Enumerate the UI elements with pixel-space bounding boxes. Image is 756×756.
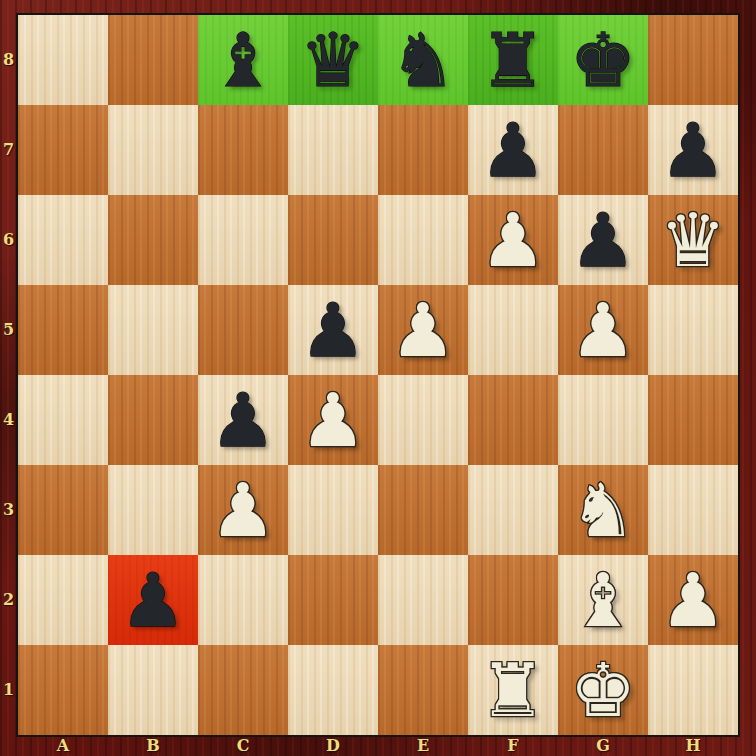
square-h1[interactable] <box>648 645 738 735</box>
square-b2[interactable]: ♟ <box>108 555 198 645</box>
piece-black-pawn[interactable]: ♟ <box>558 195 648 285</box>
square-h2[interactable]: ♟ <box>648 555 738 645</box>
piece-white-pawn[interactable]: ♟ <box>198 465 288 555</box>
rank-label-7: 7 <box>0 105 17 195</box>
square-h4[interactable] <box>648 375 738 465</box>
piece-white-pawn[interactable]: ♟ <box>648 555 738 645</box>
square-b4[interactable] <box>108 375 198 465</box>
rank-label-5: 5 <box>0 285 17 375</box>
square-a1[interactable] <box>18 645 108 735</box>
square-b8[interactable] <box>108 15 198 105</box>
piece-black-pawn[interactable]: ♟ <box>648 105 738 195</box>
square-f3[interactable] <box>468 465 558 555</box>
piece-white-queen[interactable]: ♛ <box>648 195 738 285</box>
piece-black-bishop[interactable]: ♝ <box>198 15 288 105</box>
square-d6[interactable] <box>288 195 378 285</box>
square-c8[interactable]: ♝ <box>198 15 288 105</box>
square-b5[interactable] <box>108 285 198 375</box>
square-h7[interactable]: ♟ <box>648 105 738 195</box>
piece-white-king[interactable]: ♚ <box>558 645 648 735</box>
square-c5[interactable] <box>198 285 288 375</box>
piece-white-pawn[interactable]: ♟ <box>378 285 468 375</box>
square-g7[interactable] <box>558 105 648 195</box>
square-f4[interactable] <box>468 375 558 465</box>
square-b6[interactable] <box>108 195 198 285</box>
file-label-g: G <box>558 736 648 756</box>
square-f2[interactable] <box>468 555 558 645</box>
piece-black-king[interactable]: ♚ <box>558 15 648 105</box>
square-d4[interactable]: ♟ <box>288 375 378 465</box>
file-label-h: H <box>648 736 738 756</box>
rank-label-8: 8 <box>0 15 17 105</box>
square-a4[interactable] <box>18 375 108 465</box>
piece-black-knight[interactable]: ♞ <box>378 15 468 105</box>
square-f6[interactable]: ♟ <box>468 195 558 285</box>
square-c1[interactable] <box>198 645 288 735</box>
square-g5[interactable]: ♟ <box>558 285 648 375</box>
square-e4[interactable] <box>378 375 468 465</box>
square-c4[interactable]: ♟ <box>198 375 288 465</box>
piece-white-bishop[interactable]: ♝ <box>558 555 648 645</box>
square-a6[interactable] <box>18 195 108 285</box>
square-f8[interactable]: ♜ <box>468 15 558 105</box>
file-label-a: A <box>18 736 108 756</box>
square-b7[interactable] <box>108 105 198 195</box>
piece-white-pawn[interactable]: ♟ <box>468 195 558 285</box>
piece-black-pawn[interactable]: ♟ <box>288 285 378 375</box>
square-e7[interactable] <box>378 105 468 195</box>
square-e8[interactable]: ♞ <box>378 15 468 105</box>
file-label-f: F <box>468 736 558 756</box>
rank-label-3: 3 <box>0 465 17 555</box>
square-c7[interactable] <box>198 105 288 195</box>
square-c3[interactable]: ♟ <box>198 465 288 555</box>
square-c6[interactable] <box>198 195 288 285</box>
piece-black-queen[interactable]: ♛ <box>288 15 378 105</box>
square-f7[interactable]: ♟ <box>468 105 558 195</box>
square-e5[interactable]: ♟ <box>378 285 468 375</box>
square-d8[interactable]: ♛ <box>288 15 378 105</box>
square-c2[interactable] <box>198 555 288 645</box>
square-d5[interactable]: ♟ <box>288 285 378 375</box>
square-e1[interactable] <box>378 645 468 735</box>
square-f1[interactable]: ♜ <box>468 645 558 735</box>
square-g3[interactable]: ♞ <box>558 465 648 555</box>
square-g1[interactable]: ♚ <box>558 645 648 735</box>
square-a8[interactable] <box>18 15 108 105</box>
file-label-e: E <box>378 736 468 756</box>
chess-board: ♝♛♞♜♚♟♟♟♟♛♟♟♟♟♟♟♞♟♝♟♜♚ <box>18 15 738 735</box>
square-h3[interactable] <box>648 465 738 555</box>
piece-black-pawn[interactable]: ♟ <box>198 375 288 465</box>
square-e2[interactable] <box>378 555 468 645</box>
rank-label-6: 6 <box>0 195 17 285</box>
square-b1[interactable] <box>108 645 198 735</box>
square-h6[interactable]: ♛ <box>648 195 738 285</box>
piece-black-rook[interactable]: ♜ <box>468 15 558 105</box>
file-label-d: D <box>288 736 378 756</box>
square-f5[interactable] <box>468 285 558 375</box>
square-g8[interactable]: ♚ <box>558 15 648 105</box>
square-a2[interactable] <box>18 555 108 645</box>
square-a3[interactable] <box>18 465 108 555</box>
square-b3[interactable] <box>108 465 198 555</box>
square-a7[interactable] <box>18 105 108 195</box>
piece-white-pawn[interactable]: ♟ <box>558 285 648 375</box>
rank-label-2: 2 <box>0 555 17 645</box>
square-d3[interactable] <box>288 465 378 555</box>
square-d2[interactable] <box>288 555 378 645</box>
square-h8[interactable] <box>648 15 738 105</box>
piece-white-rook[interactable]: ♜ <box>468 645 558 735</box>
square-g6[interactable]: ♟ <box>558 195 648 285</box>
piece-white-pawn[interactable]: ♟ <box>288 375 378 465</box>
square-d1[interactable] <box>288 645 378 735</box>
square-a5[interactable] <box>18 285 108 375</box>
file-label-b: B <box>108 736 198 756</box>
piece-black-pawn[interactable]: ♟ <box>468 105 558 195</box>
piece-white-knight[interactable]: ♞ <box>558 465 648 555</box>
rank-label-1: 1 <box>0 645 17 735</box>
square-d7[interactable] <box>288 105 378 195</box>
file-label-c: C <box>198 736 288 756</box>
piece-black-pawn[interactable]: ♟ <box>108 555 198 645</box>
rank-label-4: 4 <box>0 375 17 465</box>
square-e3[interactable] <box>378 465 468 555</box>
square-h5[interactable] <box>648 285 738 375</box>
square-g4[interactable] <box>558 375 648 465</box>
square-e6[interactable] <box>378 195 468 285</box>
square-g2[interactable]: ♝ <box>558 555 648 645</box>
